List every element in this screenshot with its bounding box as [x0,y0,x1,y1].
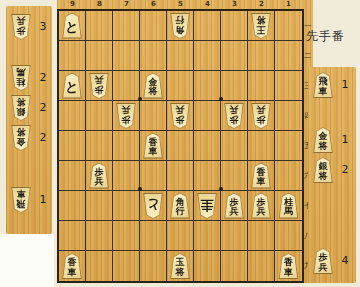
piece-label: 香車 [251,164,271,188]
hand-slot-gote-rook: 飛車1 [9,187,51,213]
piece-label: 飛車 [11,188,31,212]
piece-label: 金将 [313,128,333,152]
file-label: 9 [59,0,86,9]
piece-gote-silver[interactable]: 銀将 [10,95,32,121]
file-label: 6 [140,0,167,9]
board-cell-68[interactable] [140,221,167,251]
piece-sente-rook[interactable]: 飛車 [312,72,334,98]
board-cell-45[interactable] [194,131,221,161]
board-cell-13[interactable] [275,71,302,101]
piece-sente-gold[interactable]: 金将 [312,127,334,153]
board-cell-32[interactable] [221,41,248,71]
board-cell-36[interactable] [221,161,248,191]
piece-gote-promoted-knight[interactable]: 圭 [196,193,218,219]
board-cell-72[interactable] [113,41,140,71]
board-cell-23[interactable] [248,71,275,101]
board-cell-74[interactable]: 歩兵 [113,101,140,131]
board-cell-77[interactable] [113,191,140,221]
piece-sente-pawn[interactable]: 歩兵 [312,248,334,274]
board-cell-29[interactable] [248,251,275,281]
board-cell-16[interactable] [275,161,302,191]
file-label: 1 [275,0,302,9]
hand-count: 2 [36,101,50,114]
hand-slot-sente-rook: 飛車1 [311,72,353,98]
board-cell-91[interactable]: と [59,11,86,41]
board-cell-62[interactable] [140,41,167,71]
board-cell-79[interactable] [113,251,140,281]
board-cell-88[interactable] [86,221,113,251]
hand-count: 2 [338,163,352,176]
piece-label: 歩兵 [89,74,109,98]
sente-hand-tray: 飛車1金将1銀将2歩兵4 [308,67,356,283]
board-cell-28[interactable] [248,221,275,251]
piece-sente-king[interactable]: 玉将 [169,253,191,279]
board-cell-49[interactable] [194,251,221,281]
piece-sente-pawn[interactable]: 歩兵 [250,193,272,219]
piece-gote-rook[interactable]: 飛車 [10,187,32,213]
board-cell-96[interactable] [59,161,86,191]
hand-count: 3 [36,20,50,33]
piece-label: 金将 [11,126,31,150]
shogi-app: { "game": "shogi", "turn_indicator": "先手… [0,0,360,287]
piece-sente-lance[interactable]: 香車 [278,253,300,279]
piece-label: 銀将 [11,96,31,120]
board-cell-59[interactable]: 玉将 [167,251,194,281]
piece-label: 歩兵 [224,194,244,218]
board-cell-11[interactable] [275,11,302,41]
gote-hand-tray: 歩兵3桂馬2銀将2金将2飛車1 [6,6,52,234]
piece-sente-tokin[interactable]: と [61,73,83,99]
hand-count: 1 [338,133,352,146]
board-cell-63[interactable]: 金将 [140,71,167,101]
piece-gote-pawn[interactable]: 歩兵 [10,14,32,40]
piece-label: 圭 [197,194,217,218]
piece-sente-knight[interactable]: 桂馬 [278,193,300,219]
piece-gote-bishop[interactable]: 角行 [169,13,191,39]
piece-gote-knight[interactable]: 桂馬 [10,65,32,91]
piece-label: と [143,194,163,218]
board-cell-19[interactable]: 香車 [275,251,302,281]
shogi-board: 987654321 と角行王将と歩兵金将歩兵歩兵歩兵歩兵香車歩兵香車と角行圭歩兵… [57,0,313,283]
board-cell-87[interactable] [86,191,113,221]
hand-slot-gote-silver: 銀将2 [9,95,51,121]
board-cell-25[interactable] [248,131,275,161]
board-cell-17[interactable]: 桂馬 [275,191,302,221]
file-label: 4 [194,0,221,9]
piece-gote-gold[interactable]: 金将 [10,125,32,151]
board-cell-57[interactable]: 角行 [167,191,194,221]
hand-slot-gote-gold: 金将2 [9,125,51,151]
piece-gote-pawn[interactable]: 歩兵 [169,103,191,129]
board-cell-69[interactable] [140,251,167,281]
hand-count: 1 [338,78,352,91]
board-cell-48[interactable] [194,221,221,251]
board-cell-65[interactable]: 香車 [140,131,167,161]
file-labels: 987654321 [59,0,302,9]
board-cell-82[interactable] [86,41,113,71]
board-cell-18[interactable] [275,221,302,251]
board-cell-97[interactable] [59,191,86,221]
board-cell-84[interactable] [86,101,113,131]
piece-label: 銀将 [313,158,333,182]
background-patch [0,234,54,287]
piece-sente-silver[interactable]: 銀将 [312,157,334,183]
star-point [219,97,223,101]
piece-gote-pawn[interactable]: 歩兵 [223,103,245,129]
hand-count: 2 [36,71,50,84]
board-cell-38[interactable] [221,221,248,251]
board-cell-75[interactable] [113,131,140,161]
board-cell-22[interactable] [248,41,275,71]
piece-label: 歩兵 [11,15,31,39]
piece-sente-bishop[interactable]: 角行 [169,193,191,219]
board-cell-61[interactable] [140,11,167,41]
board-cell-67[interactable]: と [140,191,167,221]
piece-sente-lance[interactable]: 香車 [61,253,83,279]
board-cell-83[interactable]: 歩兵 [86,71,113,101]
board-cell-33[interactable] [221,71,248,101]
piece-label: 金将 [143,74,163,98]
board-cell-24[interactable]: 歩兵 [248,101,275,131]
board-cell-64[interactable] [140,101,167,131]
board-cell-98[interactable] [59,221,86,251]
board-cell-71[interactable] [113,11,140,41]
board-cell-92[interactable] [59,41,86,71]
board-cell-26[interactable]: 香車 [248,161,275,191]
piece-gote-king[interactable]: 王将 [250,13,272,39]
hand-slot-gote-pawn: 歩兵3 [9,14,51,40]
piece-label: 角行 [170,194,190,218]
piece-label: 歩兵 [251,104,271,128]
file-label: 5 [167,0,194,9]
board-cell-12[interactable] [275,41,302,71]
board-cell-21[interactable]: 王将 [248,11,275,41]
turn-indicator: 先手番 [306,28,360,45]
board-cell-27[interactable]: 歩兵 [248,191,275,221]
board-cell-15[interactable] [275,131,302,161]
piece-label: 桂馬 [279,194,299,218]
piece-sente-pawn[interactable]: 歩兵 [88,163,110,189]
hand-slot-sente-silver: 銀将2 [311,157,353,183]
piece-label: 香車 [279,254,299,278]
piece-label: 歩兵 [170,104,190,128]
board-cell-52[interactable] [167,41,194,71]
board-cell-51[interactable]: 角行 [167,11,194,41]
board-cell-53[interactable] [167,71,194,101]
piece-label: 歩兵 [224,104,244,128]
board-cell-73[interactable] [113,71,140,101]
board-cell-76[interactable] [113,161,140,191]
piece-label: 玉将 [170,254,190,278]
piece-label: 飛車 [313,73,333,97]
board-cell-31[interactable] [221,11,248,41]
board-cell-78[interactable] [113,221,140,251]
board-cell-89[interactable] [86,251,113,281]
board-cell-95[interactable] [59,131,86,161]
star-point [138,97,142,101]
hand-slot-gote-knight: 桂馬2 [9,65,51,91]
board-cell-58[interactable] [167,221,194,251]
piece-sente-pawn[interactable]: 歩兵 [223,193,245,219]
board-cell-55[interactable] [167,131,194,161]
star-point [219,187,223,191]
board-cell-44[interactable] [194,101,221,131]
piece-label: と [62,14,82,38]
board-cell-81[interactable] [86,11,113,41]
board-cell-94[interactable] [59,101,86,131]
piece-label: と [62,74,82,98]
board-cell-93[interactable]: と [59,71,86,101]
board-cell-14[interactable] [275,101,302,131]
piece-gote-pawn[interactable]: 歩兵 [250,103,272,129]
piece-sente-lance[interactable]: 香車 [142,133,164,159]
board-cell-46[interactable] [194,161,221,191]
piece-gote-pawn[interactable]: 歩兵 [88,73,110,99]
board-cell-35[interactable] [221,131,248,161]
piece-label: 桂馬 [11,66,31,90]
piece-label: 歩兵 [251,194,271,218]
piece-label: 歩兵 [116,104,136,128]
piece-gote-tokin[interactable]: と [142,193,164,219]
star-point [138,187,142,191]
piece-label: 歩兵 [89,164,109,188]
piece-sente-gold[interactable]: 金将 [142,73,164,99]
board-cell-66[interactable] [140,161,167,191]
board-cell-85[interactable] [86,131,113,161]
board-cell-86[interactable]: 歩兵 [86,161,113,191]
piece-label: 王将 [251,14,271,38]
board-grid: と角行王将と歩兵金将歩兵歩兵歩兵歩兵香車歩兵香車と角行圭歩兵歩兵桂馬香車玉将香車 [57,9,304,283]
piece-label: 香車 [62,254,82,278]
piece-sente-lance[interactable]: 香車 [250,163,272,189]
board-cell-47[interactable]: 圭 [194,191,221,221]
piece-gote-pawn[interactable]: 歩兵 [115,103,137,129]
board-cell-99[interactable]: 香車 [59,251,86,281]
hand-count: 4 [338,254,352,267]
board-cell-41[interactable] [194,11,221,41]
board-cell-39[interactable] [221,251,248,281]
hand-slot-sente-pawn: 歩兵4 [311,248,353,274]
file-label: 8 [86,0,113,9]
file-label: 2 [248,0,275,9]
file-label: 7 [113,0,140,9]
piece-label: 香車 [143,134,163,158]
board-cell-56[interactable] [167,161,194,191]
file-label: 3 [221,0,248,9]
board-cell-54[interactable]: 歩兵 [167,101,194,131]
board-cell-37[interactable]: 歩兵 [221,191,248,221]
board-cell-42[interactable] [194,41,221,71]
hand-count: 2 [36,131,50,144]
piece-sente-tokin[interactable]: と [61,13,83,39]
piece-label: 歩兵 [313,249,333,273]
hand-count: 1 [36,193,50,206]
board-cell-43[interactable] [194,71,221,101]
board-cell-34[interactable]: 歩兵 [221,101,248,131]
hand-slot-sente-gold: 金将1 [311,127,353,153]
piece-label: 角行 [170,14,190,38]
